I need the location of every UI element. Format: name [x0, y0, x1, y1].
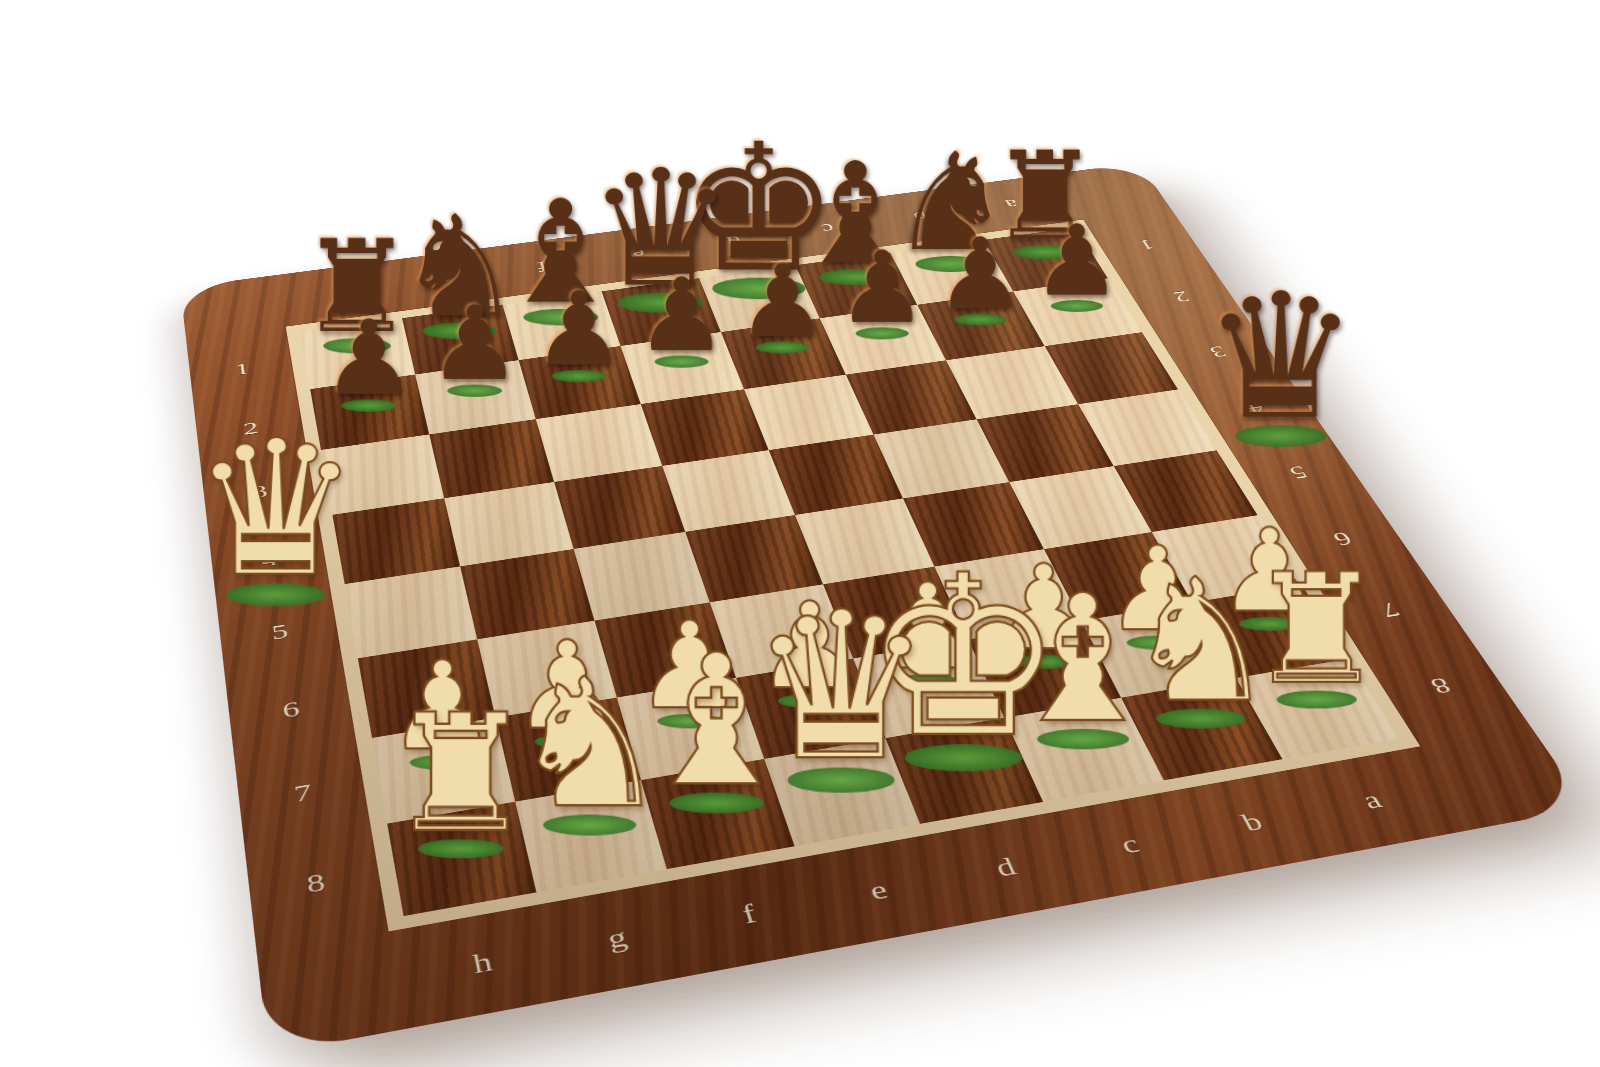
board-border-plate: 1122334455667788hhggffeeddccbbaa ♜♞♝♚♛♝♞… [180, 163, 1587, 1055]
rank-label-left-1: 1 [234, 359, 251, 379]
photo-background: 1122334455667788hhggffeeddccbbaa ♜♞♝♚♛♝♞… [0, 0, 1600, 1067]
